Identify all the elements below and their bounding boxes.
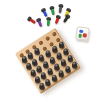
- peg-color-body: [58, 7, 62, 13]
- board-peg[interactable]: [39, 55, 44, 62]
- peg-color-body: [55, 18, 60, 24]
- loose-peg-red[interactable]: [26, 16, 36, 25]
- product-photo-scene: [0, 0, 100, 100]
- board-peg[interactable]: [71, 61, 76, 68]
- board-peg[interactable]: [37, 65, 42, 72]
- board-hole[interactable]: [44, 36, 50, 42]
- board: [15, 28, 81, 94]
- board-peg[interactable]: [41, 72, 46, 79]
- peg-color-body: [38, 21, 43, 27]
- board-peg[interactable]: [67, 55, 72, 62]
- loose-peg-purple[interactable]: [36, 17, 44, 27]
- board-peg[interactable]: [65, 66, 70, 73]
- peg-color-body: [46, 20, 50, 26]
- die-face-green-dot: [78, 33, 82, 37]
- board-peg[interactable]: [47, 68, 52, 75]
- board-peg[interactable]: [43, 61, 48, 68]
- board-peg[interactable]: [52, 46, 57, 53]
- board-peg[interactable]: [59, 42, 64, 49]
- board-peg[interactable]: [45, 50, 50, 57]
- board-hole[interactable]: [38, 40, 44, 46]
- loose-peg-green[interactable]: [49, 6, 56, 16]
- board-peg[interactable]: [32, 59, 37, 66]
- board-peg[interactable]: [61, 59, 66, 66]
- peg-color-body: [51, 9, 55, 15]
- die-face-red-dot: [83, 33, 87, 37]
- board-peg[interactable]: [22, 57, 27, 64]
- board-peg[interactable]: [58, 70, 63, 77]
- board-hole[interactable]: [51, 31, 57, 37]
- board-peg[interactable]: [54, 63, 59, 70]
- peg-color-body: [63, 17, 69, 23]
- board-peg[interactable]: [39, 83, 44, 90]
- board-peg[interactable]: [63, 48, 68, 55]
- board-peg[interactable]: [35, 48, 40, 55]
- loose-peg-gray[interactable]: [57, 4, 63, 14]
- board-peg[interactable]: [26, 63, 31, 70]
- board-peg[interactable]: [52, 74, 57, 81]
- board-peg[interactable]: [56, 53, 61, 60]
- board-peg[interactable]: [34, 76, 39, 83]
- loose-peg-red[interactable]: [54, 14, 62, 24]
- board-peg[interactable]: [30, 70, 35, 77]
- loose-peg-green[interactable]: [46, 17, 52, 26]
- board-peg[interactable]: [50, 57, 55, 64]
- board-peg[interactable]: [45, 78, 50, 85]
- color-die[interactable]: [75, 26, 90, 41]
